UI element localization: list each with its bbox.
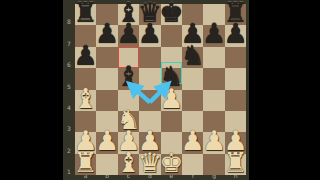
- rank-label-1: 1: [63, 154, 75, 175]
- chess-board: ♜♝♛♚♜♟♟♟♟♟♟♟♞♝♞♝♟♞♟♟♟♟♟♟♟♜♝♛♚♜: [75, 4, 246, 175]
- rank-label-6: 6: [63, 47, 75, 68]
- rank-label-3: 3: [63, 111, 75, 132]
- rank-label-5: 5: [63, 68, 75, 89]
- rank-label-7: 7: [63, 25, 75, 46]
- rank-label-8: 8: [63, 4, 75, 25]
- arrow-annotations: [75, 4, 246, 175]
- video-frame: 87654321 abcdefgh ♜♝♛♚♜♟♟♟♟♟♟♟♞♝♞♝♟♞♟♟♟♟…: [0, 0, 320, 180]
- rank-label-2: 2: [63, 132, 75, 153]
- arrow-d4-c5: [130, 85, 149, 102]
- board-frame: 87654321 abcdefgh ♜♝♛♚♜♟♟♟♟♟♟♟♞♝♞♝♟♞♟♟♟♟…: [63, 0, 249, 180]
- arrow-d4-e5: [150, 85, 167, 102]
- rank-label-4: 4: [63, 90, 75, 111]
- rank-labels: 87654321: [63, 4, 75, 175]
